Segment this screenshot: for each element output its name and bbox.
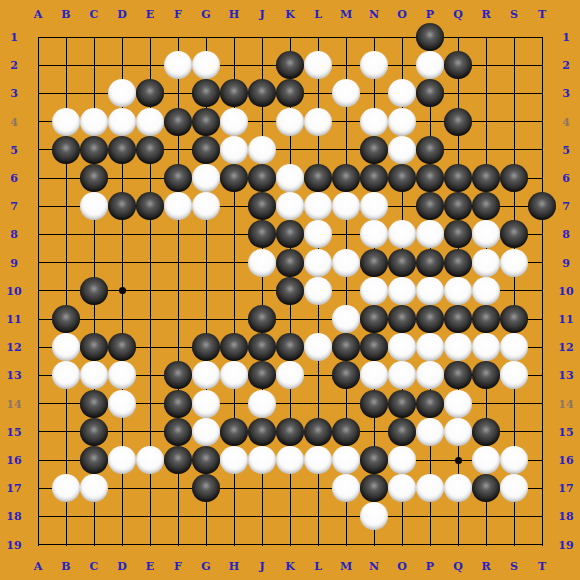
column-label-top: R — [481, 9, 490, 20]
black-stone — [444, 361, 472, 389]
white-stone — [500, 333, 528, 361]
white-stone — [192, 192, 220, 220]
black-stone — [472, 474, 500, 502]
column-label-top: H — [229, 9, 239, 20]
black-stone — [472, 192, 500, 220]
row-label-right: 16 — [558, 455, 573, 466]
black-stone — [416, 79, 444, 107]
column-label-top: L — [314, 9, 322, 20]
row-label-left: 7 — [10, 201, 18, 212]
black-stone — [360, 446, 388, 474]
row-label-left: 10 — [6, 285, 21, 296]
white-stone — [52, 361, 80, 389]
black-stone — [444, 51, 472, 79]
white-stone — [472, 446, 500, 474]
white-stone — [192, 164, 220, 192]
white-stone — [276, 108, 304, 136]
grid-line-vertical — [542, 37, 543, 546]
column-label-top: O — [397, 9, 407, 20]
black-stone — [80, 446, 108, 474]
column-label-bottom: K — [285, 561, 295, 572]
white-stone — [304, 220, 332, 248]
row-label-left: 13 — [6, 370, 21, 381]
black-stone — [164, 418, 192, 446]
row-label-left: 9 — [10, 257, 18, 268]
black-stone — [248, 418, 276, 446]
column-label-bottom: F — [174, 561, 182, 572]
row-label-right: 10 — [558, 285, 573, 296]
go-board[interactable]: AABBCCDDEEFFGGHHJJKKLLMMNNOOPPQQRRSSTT11… — [0, 0, 580, 580]
black-stone — [108, 136, 136, 164]
black-stone — [388, 418, 416, 446]
white-stone — [416, 418, 444, 446]
black-stone — [360, 249, 388, 277]
black-stone — [332, 418, 360, 446]
black-stone — [500, 220, 528, 248]
row-label-right: 8 — [562, 229, 570, 240]
black-stone — [360, 136, 388, 164]
row-label-right: 7 — [562, 201, 570, 212]
black-stone — [276, 220, 304, 248]
white-stone — [360, 220, 388, 248]
white-stone — [416, 361, 444, 389]
white-stone — [472, 249, 500, 277]
black-stone — [528, 192, 556, 220]
white-stone — [304, 277, 332, 305]
row-label-left: 14 — [6, 398, 21, 409]
row-label-left: 6 — [10, 173, 18, 184]
black-stone — [220, 164, 248, 192]
black-stone — [220, 333, 248, 361]
white-stone — [108, 108, 136, 136]
column-label-bottom: H — [229, 561, 239, 572]
black-stone — [304, 418, 332, 446]
row-label-left: 4 — [10, 116, 18, 127]
white-stone — [108, 446, 136, 474]
column-label-top: K — [285, 9, 295, 20]
black-stone — [192, 474, 220, 502]
black-stone — [472, 305, 500, 333]
white-stone — [220, 136, 248, 164]
column-label-top: T — [538, 9, 546, 20]
go-app: AABBCCDDEEFFGGHHJJKKLLMMNNOOPPQQRRSSTT11… — [0, 0, 580, 580]
white-stone — [472, 220, 500, 248]
white-stone — [136, 108, 164, 136]
black-stone — [108, 333, 136, 361]
black-stone — [136, 79, 164, 107]
column-label-top: G — [201, 9, 210, 20]
black-stone — [360, 164, 388, 192]
white-stone — [304, 446, 332, 474]
white-stone — [164, 51, 192, 79]
white-stone — [164, 192, 192, 220]
row-label-left: 11 — [6, 314, 21, 325]
column-label-bottom: Q — [453, 561, 463, 572]
white-stone — [416, 51, 444, 79]
white-stone — [304, 51, 332, 79]
column-label-top: M — [340, 9, 352, 20]
white-stone — [248, 390, 276, 418]
white-stone — [500, 446, 528, 474]
white-stone — [108, 390, 136, 418]
row-label-right: 19 — [558, 539, 573, 550]
white-stone — [360, 502, 388, 530]
black-stone — [192, 108, 220, 136]
white-stone — [80, 474, 108, 502]
white-stone — [444, 474, 472, 502]
white-stone — [388, 446, 416, 474]
black-stone — [388, 164, 416, 192]
row-label-left: 8 — [10, 229, 18, 240]
column-label-bottom: L — [314, 561, 322, 572]
black-stone — [276, 333, 304, 361]
row-label-left: 18 — [6, 511, 21, 522]
black-stone — [220, 79, 248, 107]
column-label-bottom: S — [510, 561, 518, 572]
black-stone — [332, 164, 360, 192]
black-stone — [416, 23, 444, 51]
column-label-bottom: D — [117, 561, 127, 572]
row-label-left: 1 — [10, 32, 18, 43]
black-stone — [444, 249, 472, 277]
column-label-bottom: A — [34, 561, 43, 572]
white-stone — [304, 192, 332, 220]
black-stone — [164, 108, 192, 136]
white-stone — [192, 51, 220, 79]
column-label-top: N — [369, 9, 379, 20]
white-stone — [444, 277, 472, 305]
white-stone — [192, 390, 220, 418]
row-label-right: 2 — [562, 60, 570, 71]
white-stone — [80, 108, 108, 136]
black-stone — [52, 136, 80, 164]
row-label-right: 4 — [562, 116, 570, 127]
white-stone — [500, 474, 528, 502]
black-stone — [192, 136, 220, 164]
white-stone — [332, 446, 360, 474]
white-stone — [416, 474, 444, 502]
black-stone — [52, 305, 80, 333]
row-label-left: 5 — [10, 144, 18, 155]
black-stone — [276, 277, 304, 305]
row-label-left: 17 — [6, 483, 21, 494]
white-stone — [388, 333, 416, 361]
column-label-bottom: C — [90, 561, 99, 572]
column-label-bottom: P — [426, 561, 434, 572]
white-stone — [332, 305, 360, 333]
grid-line-horizontal — [38, 516, 543, 517]
white-stone — [332, 249, 360, 277]
white-stone — [52, 108, 80, 136]
black-stone — [248, 192, 276, 220]
white-stone — [360, 361, 388, 389]
white-stone — [220, 108, 248, 136]
white-stone — [80, 192, 108, 220]
white-stone — [444, 333, 472, 361]
white-stone — [388, 277, 416, 305]
black-stone — [416, 305, 444, 333]
black-stone — [248, 164, 276, 192]
row-label-right: 18 — [558, 511, 573, 522]
column-label-top: C — [90, 9, 99, 20]
column-label-top: Q — [453, 9, 463, 20]
black-stone — [388, 249, 416, 277]
white-stone — [360, 108, 388, 136]
black-stone — [164, 390, 192, 418]
black-stone — [248, 305, 276, 333]
white-stone — [192, 418, 220, 446]
column-label-top: P — [426, 9, 434, 20]
column-label-top: S — [510, 9, 518, 20]
white-stone — [248, 446, 276, 474]
black-stone — [80, 390, 108, 418]
black-stone — [276, 249, 304, 277]
hoshi-point — [455, 457, 462, 464]
white-stone — [332, 474, 360, 502]
row-label-right: 14 — [558, 398, 573, 409]
row-label-right: 12 — [558, 342, 573, 353]
row-label-left: 12 — [6, 342, 21, 353]
hoshi-point — [119, 287, 126, 294]
white-stone — [388, 220, 416, 248]
white-stone — [332, 79, 360, 107]
column-label-top: E — [146, 9, 154, 20]
black-stone — [304, 164, 332, 192]
grid-line-horizontal — [38, 544, 543, 545]
black-stone — [80, 136, 108, 164]
black-stone — [500, 305, 528, 333]
row-label-right: 6 — [562, 173, 570, 184]
white-stone — [220, 361, 248, 389]
column-label-bottom: J — [259, 561, 264, 572]
row-label-left: 19 — [6, 539, 21, 550]
white-stone — [332, 192, 360, 220]
black-stone — [80, 418, 108, 446]
white-stone — [388, 361, 416, 389]
white-stone — [220, 446, 248, 474]
column-label-bottom: E — [146, 561, 154, 572]
black-stone — [444, 108, 472, 136]
row-label-left: 15 — [6, 426, 21, 437]
black-stone — [416, 164, 444, 192]
black-stone — [444, 305, 472, 333]
grid-line-horizontal — [38, 37, 543, 38]
white-stone — [444, 390, 472, 418]
white-stone — [472, 333, 500, 361]
black-stone — [416, 192, 444, 220]
white-stone — [360, 277, 388, 305]
white-stone — [360, 51, 388, 79]
black-stone — [360, 390, 388, 418]
white-stone — [388, 79, 416, 107]
black-stone — [248, 333, 276, 361]
black-stone — [136, 136, 164, 164]
white-stone — [360, 192, 388, 220]
black-stone — [472, 361, 500, 389]
white-stone — [276, 192, 304, 220]
black-stone — [192, 446, 220, 474]
column-label-top: B — [61, 9, 70, 20]
row-label-left: 16 — [6, 455, 21, 466]
black-stone — [80, 333, 108, 361]
black-stone — [416, 136, 444, 164]
column-label-bottom: N — [369, 561, 379, 572]
white-stone — [52, 474, 80, 502]
row-label-left: 2 — [10, 60, 18, 71]
black-stone — [192, 333, 220, 361]
column-label-bottom: T — [538, 561, 546, 572]
white-stone — [304, 108, 332, 136]
white-stone — [108, 361, 136, 389]
black-stone — [360, 474, 388, 502]
white-stone — [416, 277, 444, 305]
black-stone — [360, 305, 388, 333]
white-stone — [80, 361, 108, 389]
black-stone — [136, 192, 164, 220]
column-label-top: F — [174, 9, 182, 20]
column-label-bottom: G — [201, 561, 210, 572]
black-stone — [332, 333, 360, 361]
white-stone — [248, 136, 276, 164]
black-stone — [248, 220, 276, 248]
black-stone — [444, 192, 472, 220]
black-stone — [220, 418, 248, 446]
black-stone — [276, 418, 304, 446]
white-stone — [276, 446, 304, 474]
white-stone — [388, 474, 416, 502]
black-stone — [360, 333, 388, 361]
white-stone — [276, 361, 304, 389]
white-stone — [108, 79, 136, 107]
row-label-right: 15 — [558, 426, 573, 437]
white-stone — [304, 249, 332, 277]
black-stone — [108, 192, 136, 220]
black-stone — [472, 418, 500, 446]
black-stone — [276, 79, 304, 107]
white-stone — [416, 333, 444, 361]
white-stone — [52, 333, 80, 361]
column-label-bottom: R — [481, 561, 490, 572]
white-stone — [248, 249, 276, 277]
column-label-bottom: B — [61, 561, 70, 572]
column-label-top: J — [259, 9, 264, 20]
black-stone — [416, 249, 444, 277]
white-stone — [192, 361, 220, 389]
white-stone — [388, 108, 416, 136]
column-label-bottom: M — [340, 561, 352, 572]
black-stone — [164, 361, 192, 389]
black-stone — [500, 164, 528, 192]
white-stone — [388, 136, 416, 164]
black-stone — [248, 79, 276, 107]
white-stone — [444, 418, 472, 446]
black-stone — [444, 164, 472, 192]
black-stone — [80, 164, 108, 192]
white-stone — [276, 164, 304, 192]
black-stone — [164, 446, 192, 474]
row-label-right: 17 — [558, 483, 573, 494]
grid-line-vertical — [38, 37, 39, 546]
column-label-top: D — [117, 9, 127, 20]
white-stone — [136, 446, 164, 474]
black-stone — [416, 390, 444, 418]
row-label-right: 11 — [558, 314, 573, 325]
black-stone — [80, 277, 108, 305]
black-stone — [472, 164, 500, 192]
black-stone — [388, 390, 416, 418]
white-stone — [500, 249, 528, 277]
black-stone — [388, 305, 416, 333]
white-stone — [304, 333, 332, 361]
black-stone — [192, 79, 220, 107]
row-label-right: 5 — [562, 144, 570, 155]
white-stone — [500, 361, 528, 389]
row-label-right: 9 — [562, 257, 570, 268]
row-label-left: 3 — [10, 88, 18, 99]
column-label-top: A — [34, 9, 43, 20]
white-stone — [472, 277, 500, 305]
black-stone — [164, 164, 192, 192]
row-label-right: 3 — [562, 88, 570, 99]
row-label-right: 13 — [558, 370, 573, 381]
row-label-right: 1 — [562, 32, 570, 43]
black-stone — [332, 361, 360, 389]
white-stone — [416, 220, 444, 248]
black-stone — [276, 51, 304, 79]
black-stone — [248, 361, 276, 389]
column-label-bottom: O — [397, 561, 407, 572]
black-stone — [444, 220, 472, 248]
